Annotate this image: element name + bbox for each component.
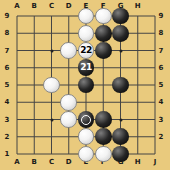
intersection-G8[interactable] [112,25,129,42]
intersection-E6[interactable]: 21 [77,59,94,76]
intersection-D2[interactable] [60,128,77,145]
stone-black-E6: 21 [78,59,95,76]
intersection-B6[interactable] [26,59,43,76]
intersection-D1[interactable] [60,145,77,162]
stone-black-F7 [95,42,112,59]
intersection-B5[interactable] [26,76,43,93]
stone-black-G1 [112,146,129,163]
intersection-E3[interactable] [77,111,94,128]
intersection-J1[interactable] [146,145,163,162]
intersection-G6[interactable] [112,59,129,76]
intersection-J4[interactable] [146,94,163,111]
intersection-C4[interactable] [43,94,60,111]
intersection-F3[interactable] [95,111,112,128]
intersection-E9[interactable] [77,7,94,24]
stone-black-G8 [112,25,129,42]
intersection-A8[interactable] [8,25,25,42]
intersection-G7[interactable] [112,42,129,59]
intersection-E4[interactable] [77,94,94,111]
stone-white-E9 [78,8,95,25]
intersection-C1[interactable] [43,145,60,162]
intersection-F9[interactable] [95,7,112,24]
intersection-A3[interactable] [8,111,25,128]
stone-white-C5 [43,77,60,94]
stone-white-E1 [78,146,95,163]
intersection-E5[interactable] [77,76,94,93]
stone-black-F3 [95,111,112,128]
intersection-F7[interactable] [95,42,112,59]
stone-black-F2 [95,128,112,145]
intersection-F5[interactable] [95,76,112,93]
intersection-A7[interactable] [8,42,25,59]
intersection-E8[interactable] [77,25,94,42]
stone-white-E8 [78,25,95,42]
stone-black-G2 [112,128,129,145]
intersection-D6[interactable] [60,59,77,76]
intersection-H9[interactable] [129,7,146,24]
stone-white-F1 [95,146,112,163]
intersection-H4[interactable] [129,94,146,111]
intersection-D4[interactable] [60,94,77,111]
intersection-B7[interactable] [26,42,43,59]
stone-white-E7: 22 [78,42,95,59]
intersection-B4[interactable] [26,94,43,111]
intersection-H5[interactable] [129,76,146,93]
intersection-B3[interactable] [26,111,43,128]
intersection-H7[interactable] [129,42,146,59]
intersection-H3[interactable] [129,111,146,128]
intersection-J5[interactable] [146,76,163,93]
intersection-G2[interactable] [112,128,129,145]
intersection-H1[interactable] [129,145,146,162]
intersection-A4[interactable] [8,94,25,111]
intersection-E1[interactable] [77,145,94,162]
intersection-G5[interactable] [112,76,129,93]
intersection-F8[interactable] [95,25,112,42]
stone-white-D7 [60,42,77,59]
intersection-B8[interactable] [26,25,43,42]
intersection-C9[interactable] [43,7,60,24]
stone-black-E3 [78,111,95,128]
intersection-D3[interactable] [60,111,77,128]
intersection-A2[interactable] [8,128,25,145]
intersection-C8[interactable] [43,25,60,42]
intersection-F2[interactable] [95,128,112,145]
intersection-F1[interactable] [95,145,112,162]
intersection-F6[interactable] [95,59,112,76]
intersection-F4[interactable] [95,94,112,111]
intersection-J3[interactable] [146,111,163,128]
stones-grid[interactable]: 2221 [8,7,163,162]
stone-white-F9 [95,8,112,25]
stone-white-E2 [78,128,95,145]
intersection-C3[interactable] [43,111,60,128]
intersection-G1[interactable] [112,145,129,162]
intersection-J2[interactable] [146,128,163,145]
intersection-J9[interactable] [146,7,163,24]
stone-white-D4 [60,94,77,111]
intersection-G3[interactable] [112,111,129,128]
go-board: ABCDEFGHABCDEFGHJ98765432198765432 2221 [0,0,170,170]
intersection-A6[interactable] [8,59,25,76]
intersection-A9[interactable] [8,7,25,24]
intersection-J8[interactable] [146,25,163,42]
intersection-B1[interactable] [26,145,43,162]
intersection-H6[interactable] [129,59,146,76]
stone-black-G9 [112,8,129,25]
stone-black-E5 [78,77,95,94]
intersection-C6[interactable] [43,59,60,76]
intersection-B2[interactable] [26,128,43,145]
stone-black-G5 [112,77,129,94]
intersection-G9[interactable] [112,7,129,24]
intersection-D7[interactable] [60,42,77,59]
intersection-D8[interactable] [60,25,77,42]
intersection-D5[interactable] [60,76,77,93]
intersection-E7[interactable]: 22 [77,42,94,59]
intersection-C2[interactable] [43,128,60,145]
intersection-E2[interactable] [77,128,94,145]
intersection-C5[interactable] [43,76,60,93]
intersection-A5[interactable] [8,76,25,93]
intersection-A1[interactable] [8,145,25,162]
stone-black-F8 [95,25,112,42]
intersection-C7[interactable] [43,42,60,59]
intersection-D9[interactable] [60,7,77,24]
intersection-J7[interactable] [146,42,163,59]
stone-white-D3 [60,111,77,128]
intersection-H2[interactable] [129,128,146,145]
intersection-B9[interactable] [26,7,43,24]
intersection-J6[interactable] [146,59,163,76]
intersection-H8[interactable] [129,25,146,42]
intersection-G4[interactable] [112,94,129,111]
